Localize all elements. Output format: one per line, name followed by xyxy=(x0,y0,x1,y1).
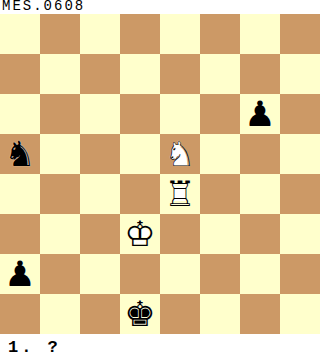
square-g2[interactable] xyxy=(240,254,280,294)
square-b5[interactable] xyxy=(40,134,80,174)
square-b7[interactable] xyxy=(40,54,80,94)
square-a8[interactable] xyxy=(0,14,40,54)
square-g7[interactable] xyxy=(240,54,280,94)
square-h8[interactable] xyxy=(280,14,320,54)
square-h1[interactable] xyxy=(280,294,320,334)
square-d6[interactable] xyxy=(120,94,160,134)
square-h7[interactable] xyxy=(280,54,320,94)
square-b8[interactable] xyxy=(40,14,80,54)
piece-bK-icon: ♚ xyxy=(120,294,160,334)
square-a7[interactable] xyxy=(0,54,40,94)
square-e1[interactable] xyxy=(160,294,200,334)
square-f1[interactable] xyxy=(200,294,240,334)
square-b3[interactable] xyxy=(40,214,80,254)
piece-bP-icon: ♟ xyxy=(0,254,40,294)
square-f6[interactable] xyxy=(200,94,240,134)
piece-wR-icon: ♖ xyxy=(160,174,200,214)
square-c7[interactable] xyxy=(80,54,120,94)
piece-wK-icon: ♔ xyxy=(120,214,160,254)
square-g8[interactable] xyxy=(240,14,280,54)
diagram-title: MES.0608 xyxy=(0,0,320,14)
square-a5[interactable]: ♞ xyxy=(0,134,40,174)
square-a1[interactable] xyxy=(0,294,40,334)
piece-bP-icon: ♟ xyxy=(240,94,280,134)
square-g5[interactable] xyxy=(240,134,280,174)
square-g4[interactable] xyxy=(240,174,280,214)
square-d8[interactable] xyxy=(120,14,160,54)
square-f8[interactable] xyxy=(200,14,240,54)
square-b2[interactable] xyxy=(40,254,80,294)
square-a4[interactable] xyxy=(0,174,40,214)
square-f3[interactable] xyxy=(200,214,240,254)
square-g1[interactable] xyxy=(240,294,280,334)
square-e8[interactable] xyxy=(160,14,200,54)
square-h4[interactable] xyxy=(280,174,320,214)
square-d5[interactable] xyxy=(120,134,160,174)
move-prompt: 1. ? xyxy=(0,334,320,360)
square-e6[interactable] xyxy=(160,94,200,134)
square-e3[interactable] xyxy=(160,214,200,254)
square-h6[interactable] xyxy=(280,94,320,134)
square-f2[interactable] xyxy=(200,254,240,294)
square-c6[interactable] xyxy=(80,94,120,134)
chess-board: ♟♞♞♘♜♖♚♔♟♚ xyxy=(0,14,320,334)
square-c8[interactable] xyxy=(80,14,120,54)
square-e5[interactable]: ♞♘ xyxy=(160,134,200,174)
square-e7[interactable] xyxy=(160,54,200,94)
square-a2[interactable]: ♟ xyxy=(0,254,40,294)
chess-diagram-page: MES.0608 ♟♞♞♘♜♖♚♔♟♚ 1. ? xyxy=(0,0,320,360)
square-c3[interactable] xyxy=(80,214,120,254)
square-d1[interactable]: ♚ xyxy=(120,294,160,334)
square-d4[interactable] xyxy=(120,174,160,214)
square-h5[interactable] xyxy=(280,134,320,174)
square-g3[interactable] xyxy=(240,214,280,254)
square-g6[interactable]: ♟ xyxy=(240,94,280,134)
square-b4[interactable] xyxy=(40,174,80,214)
square-f7[interactable] xyxy=(200,54,240,94)
square-h3[interactable] xyxy=(280,214,320,254)
piece-bN-icon: ♞ xyxy=(0,134,40,174)
square-d2[interactable] xyxy=(120,254,160,294)
square-f4[interactable] xyxy=(200,174,240,214)
square-c4[interactable] xyxy=(80,174,120,214)
square-c5[interactable] xyxy=(80,134,120,174)
square-a3[interactable] xyxy=(0,214,40,254)
square-f5[interactable] xyxy=(200,134,240,174)
square-d3[interactable]: ♚♔ xyxy=(120,214,160,254)
square-e2[interactable] xyxy=(160,254,200,294)
square-c2[interactable] xyxy=(80,254,120,294)
square-h2[interactable] xyxy=(280,254,320,294)
square-a6[interactable] xyxy=(0,94,40,134)
square-b6[interactable] xyxy=(40,94,80,134)
square-c1[interactable] xyxy=(80,294,120,334)
square-e4[interactable]: ♜♖ xyxy=(160,174,200,214)
piece-wN-icon: ♘ xyxy=(160,134,200,174)
square-d7[interactable] xyxy=(120,54,160,94)
square-b1[interactable] xyxy=(40,294,80,334)
